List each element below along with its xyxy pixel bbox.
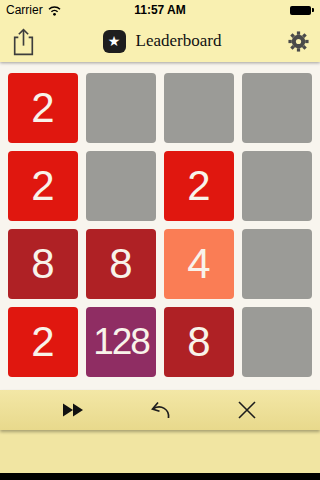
tile-2-r2c1: 2: [8, 151, 78, 221]
empty-cell-r4c4: [242, 307, 312, 377]
tile-128-r4c2: 128: [86, 307, 156, 377]
battery-icon: [290, 6, 311, 15]
status-right: [290, 6, 314, 15]
undo-button[interactable]: [147, 397, 174, 424]
board[interactable]: 22288421288: [0, 62, 320, 390]
footer-panel: [0, 430, 320, 473]
tile-2-r2c3: 2: [164, 151, 234, 221]
nav-bar: ★ Leaderboard: [0, 20, 320, 62]
star-icon: ★: [103, 30, 126, 53]
tile-8-r3c1: 8: [8, 229, 78, 299]
empty-cell-r1c3: [164, 73, 234, 143]
page-title: Leaderboard: [136, 31, 222, 51]
share-button[interactable]: [10, 27, 37, 56]
tile-8-r4c3: 8: [164, 307, 234, 377]
status-bar: Carrier 11:57 AM: [0, 0, 320, 20]
tile-8-r3c2: 8: [86, 229, 156, 299]
share-icon: [10, 27, 37, 56]
star-glyph: ★: [108, 34, 121, 48]
empty-cell-r2c2: [86, 151, 156, 221]
empty-cell-r3c4: [242, 229, 312, 299]
fast-forward-button[interactable]: [60, 397, 87, 424]
close-button[interactable]: [234, 397, 261, 424]
wifi-icon: [47, 5, 62, 16]
undo-icon: [147, 400, 174, 421]
leaderboard-button[interactable]: ★ Leaderboard: [37, 30, 287, 53]
carrier-label: Carrier: [6, 3, 43, 17]
bottom-letterbox: [0, 473, 320, 480]
status-left: Carrier: [6, 3, 62, 17]
tile-4-r3c3: 4: [164, 229, 234, 299]
app-screen: Carrier 11:57 AM ★: [0, 0, 320, 480]
tile-2-r1c1: 2: [8, 73, 78, 143]
close-icon: [236, 399, 258, 421]
empty-cell-r2c4: [242, 151, 312, 221]
toolbar: [0, 390, 320, 430]
gear-icon: [287, 30, 310, 53]
empty-cell-r1c4: [242, 73, 312, 143]
empty-cell-r1c2: [86, 73, 156, 143]
settings-button[interactable]: [287, 30, 310, 53]
battery-tip: [312, 8, 314, 12]
fast-forward-icon: [62, 402, 85, 418]
tile-2-r4c1: 2: [8, 307, 78, 377]
